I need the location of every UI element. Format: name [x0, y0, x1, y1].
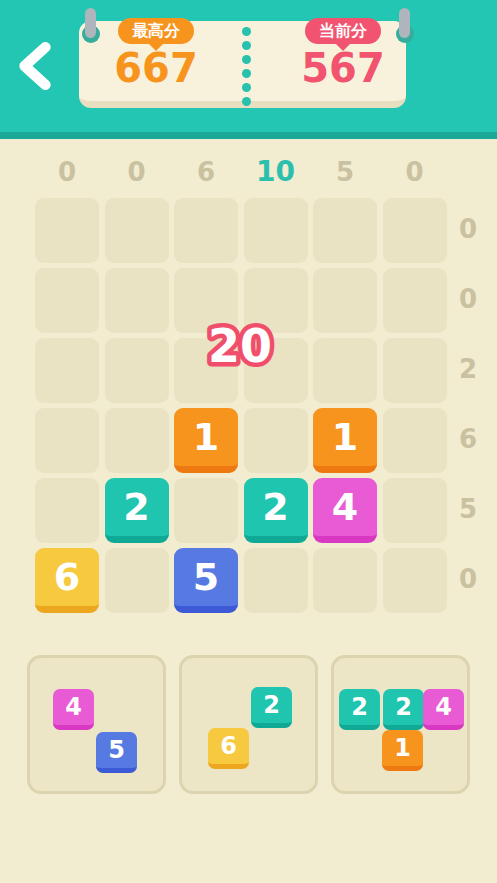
scoreboard: 最高分 667 当前分 567 — [79, 21, 406, 108]
board-cell-r1c5[interactable] — [383, 268, 447, 333]
tray-piece-2[interactable]: 2 — [251, 687, 292, 728]
board-cell-r2c0[interactable] — [35, 338, 99, 403]
tray-piece-6[interactable]: 6 — [208, 728, 249, 769]
header-bar: 最高分 667 当前分 567 — [0, 0, 497, 139]
board-tile-2-r4c3: 2 — [244, 478, 308, 543]
board-cell-r1c4[interactable] — [313, 268, 377, 333]
row-label-4: 5 — [448, 494, 488, 524]
best-score-value: 667 — [114, 45, 198, 91]
board-cell-r0c1[interactable] — [105, 198, 169, 263]
board-cell-r4c2[interactable] — [174, 478, 238, 543]
board-cell-r5c4[interactable] — [313, 548, 377, 613]
tray-piece-1[interactable]: 1 — [382, 730, 423, 771]
divider-dots-icon — [242, 27, 251, 106]
board-cell-r4c5[interactable] — [383, 478, 447, 543]
app-screen: 最高分 667 当前分 567 0061050 002650 1122465 2… — [0, 0, 497, 883]
board-cell-r5c5[interactable] — [383, 548, 447, 613]
board-cell-r3c0[interactable] — [35, 408, 99, 473]
pin-icon — [394, 8, 416, 48]
board-cell-r5c3[interactable] — [244, 548, 308, 613]
board-cell-r3c3[interactable] — [244, 408, 308, 473]
column-header-5: 0 — [383, 157, 447, 187]
column-header-0: 0 — [35, 157, 99, 187]
board-cell-r1c1[interactable] — [105, 268, 169, 333]
row-label-1: 0 — [448, 284, 488, 314]
board-cell-r3c1[interactable] — [105, 408, 169, 473]
board-tile-1-r3c2: 1 — [174, 408, 238, 473]
board-tile-5-r5c2: 5 — [174, 548, 238, 613]
board-tile-6-r5c0: 6 — [35, 548, 99, 613]
board-cell-r0c0[interactable] — [35, 198, 99, 263]
row-label-2: 2 — [448, 354, 488, 384]
board-cell-r0c5[interactable] — [383, 198, 447, 263]
score-popup-text: 20 — [208, 319, 272, 373]
board-cell-r2c5[interactable] — [383, 338, 447, 403]
tray-piece-4[interactable]: 4 — [53, 689, 94, 730]
board-cell-r5c1[interactable] — [105, 548, 169, 613]
pin-icon — [80, 8, 102, 48]
row-label-0: 0 — [448, 214, 488, 244]
row-label-3: 6 — [448, 424, 488, 454]
current-score-badge: 当前分 — [305, 18, 381, 44]
column-header-3: 10 — [244, 155, 308, 188]
tray-piece-2[interactable]: 2 — [383, 689, 424, 730]
current-score-value: 567 — [301, 45, 385, 91]
tray-3[interactable]: 2241 — [331, 655, 470, 794]
board-tile-4-r4c4: 4 — [313, 478, 377, 543]
best-score-badge: 最高分 — [118, 18, 194, 44]
column-header-4: 5 — [313, 157, 377, 187]
board-tile-1-r3c4: 1 — [313, 408, 377, 473]
tray-piece-4[interactable]: 4 — [423, 689, 464, 730]
header-shadow-strip — [0, 132, 497, 139]
score-popup: 20 — [175, 310, 305, 380]
board-cell-r3c5[interactable] — [383, 408, 447, 473]
board-cell-r4c0[interactable] — [35, 478, 99, 543]
chevron-left-icon — [25, 47, 46, 85]
row-label-5: 0 — [448, 564, 488, 594]
board-tile-2-r4c1: 2 — [105, 478, 169, 543]
tray-1[interactable]: 45 — [27, 655, 166, 794]
tray-2[interactable]: 26 — [179, 655, 318, 794]
tray-piece-2[interactable]: 2 — [339, 689, 380, 730]
tray-piece-5[interactable]: 5 — [96, 732, 137, 773]
board-cell-r0c3[interactable] — [244, 198, 308, 263]
board-cell-r2c4[interactable] — [313, 338, 377, 403]
board-cell-r2c1[interactable] — [105, 338, 169, 403]
board-cell-r1c0[interactable] — [35, 268, 99, 333]
column-header-2: 6 — [174, 157, 238, 187]
back-button[interactable] — [17, 42, 53, 90]
column-header-1: 0 — [105, 157, 169, 187]
board-cell-r0c4[interactable] — [313, 198, 377, 263]
board-cell-r0c2[interactable] — [174, 198, 238, 263]
